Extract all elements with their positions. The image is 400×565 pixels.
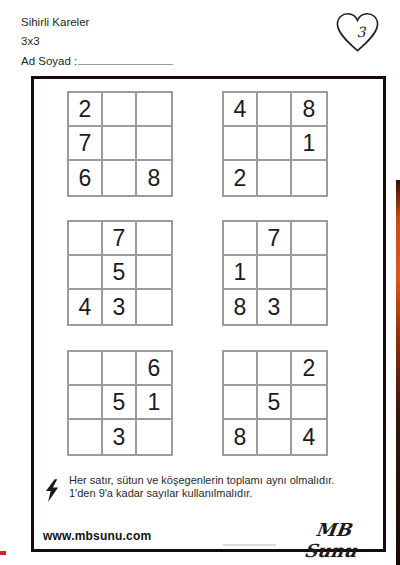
magic-square-cell[interactable]: [69, 222, 103, 256]
magic-square-cell: 3: [103, 290, 137, 324]
magic-square-cell: 3: [103, 420, 137, 454]
page-subtitle: 3x3: [21, 35, 40, 47]
magic-square-cell: 5: [103, 386, 137, 420]
magic-square-grid-6: 2 5 8 4: [222, 350, 328, 456]
magic-square-cell[interactable]: [258, 352, 292, 386]
name-label: Ad Soyad :: [21, 55, 77, 67]
magic-square-cell: 7: [103, 222, 137, 256]
magic-square-cell[interactable]: [69, 256, 103, 290]
magic-square-cell: 2: [69, 93, 103, 127]
footer-faint-line: [223, 544, 276, 546]
magic-square-cell[interactable]: [258, 93, 292, 127]
magic-square-cell: 1: [137, 386, 171, 420]
magic-square-cell[interactable]: [69, 352, 103, 386]
magic-square-cell[interactable]: [137, 127, 171, 161]
magic-square-grid-5: 6 5 1 3: [67, 350, 173, 456]
magic-square-cell: 7: [69, 127, 103, 161]
magic-square-cell[interactable]: [137, 290, 171, 324]
heart-icon: 3: [334, 11, 381, 53]
magic-square-cell[interactable]: [224, 352, 258, 386]
magic-square-cell: 5: [258, 386, 292, 420]
magic-square-cell[interactable]: [224, 127, 258, 161]
magic-square-cell: 5: [103, 256, 137, 290]
magic-square-grid-1: 2 7 6 8: [67, 91, 173, 197]
magic-square-cell: 4: [69, 290, 103, 324]
magic-square-cell[interactable]: [292, 256, 326, 290]
lightning-bolt-icon: [45, 479, 59, 502]
magic-square-cell[interactable]: [224, 222, 258, 256]
magic-square-cell[interactable]: [137, 93, 171, 127]
magic-square-cell: 3: [258, 290, 292, 324]
magic-square-cell[interactable]: [292, 161, 326, 195]
instruction-line-1: Her satır, sütun ve köşegenlerin toplamı…: [69, 474, 334, 486]
magic-square-cell: 8: [137, 161, 171, 195]
magic-square-cell: 2: [292, 352, 326, 386]
magic-square-cell: 7: [258, 222, 292, 256]
magic-square-cell: 1: [224, 256, 258, 290]
magic-square-cell[interactable]: [103, 161, 137, 195]
page-title: Sihirli Kareler: [21, 16, 89, 28]
instruction-line-2: 1'den 9'a kadar sayılar kullanılmalıdır.: [69, 487, 252, 499]
page-edge-gradient-artifact: [396, 180, 400, 565]
magic-square-cell[interactable]: [137, 222, 171, 256]
magic-square-cell[interactable]: [137, 256, 171, 290]
magic-square-cell[interactable]: [103, 93, 137, 127]
magic-square-cell[interactable]: [258, 127, 292, 161]
magic-square-cell: 4: [292, 420, 326, 454]
magic-square-cell[interactable]: [69, 420, 103, 454]
magic-square-cell[interactable]: [137, 420, 171, 454]
magic-square-grid-2: 4 8 1 2: [222, 91, 328, 197]
magic-square-cell: 6: [69, 161, 103, 195]
magic-square-cell[interactable]: [258, 161, 292, 195]
footer-website: www.mbsunu.com: [43, 529, 151, 543]
heart-badge-number: 3: [354, 24, 368, 40]
magic-square-cell[interactable]: [292, 290, 326, 324]
magic-square-cell[interactable]: [292, 386, 326, 420]
footer-brand-signature: MB Sunu: [289, 519, 375, 561]
magic-square-grid-4: 7 1 8 3: [222, 220, 328, 326]
magic-square-cell[interactable]: [258, 420, 292, 454]
name-input-line[interactable]: [78, 64, 173, 65]
magic-square-cell: 6: [137, 352, 171, 386]
magic-square-cell: 1: [292, 127, 326, 161]
magic-square-cell[interactable]: [224, 386, 258, 420]
magic-square-cell[interactable]: [69, 386, 103, 420]
magic-square-grid-3: 7 5 4 3: [67, 220, 173, 326]
magic-square-cell[interactable]: [103, 352, 137, 386]
magic-square-cell: 2: [224, 161, 258, 195]
magic-square-cell: 4: [224, 93, 258, 127]
magic-square-cell: 8: [224, 420, 258, 454]
magic-square-cell: 8: [292, 93, 326, 127]
magic-square-cell[interactable]: [292, 222, 326, 256]
magic-square-cell[interactable]: [103, 127, 137, 161]
bottom-left-scan-artifact: [0, 551, 6, 555]
magic-square-cell[interactable]: [258, 256, 292, 290]
magic-square-cell: 8: [224, 290, 258, 324]
